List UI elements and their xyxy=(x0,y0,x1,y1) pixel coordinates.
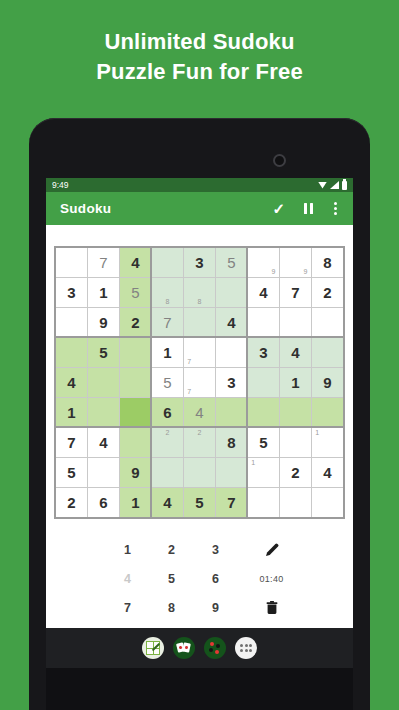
cell-r6c7[interactable] xyxy=(248,398,279,427)
numpad-4[interactable]: 4 xyxy=(106,564,150,593)
cell-r8c6[interactable] xyxy=(216,458,247,487)
cell-r9c9[interactable] xyxy=(312,488,343,517)
solitaire-app-icon[interactable] xyxy=(173,637,195,659)
overflow-menu-icon[interactable] xyxy=(332,201,339,216)
cell-r7c1[interactable]: 7 xyxy=(56,428,87,457)
cell-r8c2[interactable] xyxy=(88,458,119,487)
status-icons xyxy=(318,181,347,190)
cell-r3c3[interactable]: 2 xyxy=(120,308,151,337)
tablet-frame: 9:49 Sudoku ✓ 74359983158847292745173445… xyxy=(29,118,370,710)
cell-r4c9[interactable] xyxy=(312,338,343,367)
sudoku-app-icon[interactable] xyxy=(142,637,164,659)
cell-r6c3[interactable] xyxy=(120,398,151,427)
signal-icon xyxy=(330,181,339,189)
cell-r4c5[interactable]: 7 xyxy=(184,338,215,367)
cell-r1c2[interactable]: 7 xyxy=(88,248,119,277)
cell-r4c7[interactable]: 3 xyxy=(248,338,279,367)
pencil-icon xyxy=(265,543,279,557)
cell-r8c3[interactable]: 9 xyxy=(120,458,151,487)
cell-r5c6[interactable]: 3 xyxy=(216,368,247,397)
cell-r2c3[interactable]: 5 xyxy=(120,278,151,307)
page-title-line2: Puzzle Fun for Free xyxy=(0,57,399,87)
cell-r6c4[interactable]: 6 xyxy=(152,398,183,427)
cell-r9c5[interactable]: 5 xyxy=(184,488,215,517)
cell-r7c4[interactable]: 2 xyxy=(152,428,183,457)
box-divider xyxy=(56,336,343,338)
box-divider xyxy=(56,426,343,428)
cell-r9c8[interactable] xyxy=(280,488,311,517)
numpad-3[interactable]: 3 xyxy=(194,535,238,564)
numpad-2[interactable]: 2 xyxy=(150,535,194,564)
cell-r2c1[interactable]: 3 xyxy=(56,278,87,307)
box-divider xyxy=(246,248,248,517)
cell-r5c9[interactable]: 9 xyxy=(312,368,343,397)
cell-r8c1[interactable]: 5 xyxy=(56,458,87,487)
cell-r3c1[interactable] xyxy=(56,308,87,337)
cell-r5c1[interactable]: 4 xyxy=(56,368,87,397)
cell-r5c4[interactable]: 5 xyxy=(152,368,183,397)
cell-r2c2[interactable]: 1 xyxy=(88,278,119,307)
cell-r3c5[interactable] xyxy=(184,308,215,337)
check-icon[interactable]: ✓ xyxy=(272,201,285,216)
cell-r1c7[interactable]: 9 xyxy=(248,248,279,277)
cell-r7c8[interactable] xyxy=(280,428,311,457)
cell-r7c6[interactable]: 8 xyxy=(216,428,247,457)
cell-r7c5[interactable]: 2 xyxy=(184,428,215,457)
trash-icon xyxy=(266,601,278,614)
cell-r6c2[interactable] xyxy=(88,398,119,427)
cell-r1c6[interactable]: 5 xyxy=(216,248,247,277)
cell-r5c8[interactable]: 1 xyxy=(280,368,311,397)
cell-r4c1[interactable] xyxy=(56,338,87,367)
cell-r7c3[interactable] xyxy=(120,428,151,457)
app-drawer-icon[interactable] xyxy=(235,637,257,659)
pencil-button[interactable] xyxy=(250,535,294,564)
cell-r8c4[interactable] xyxy=(152,458,183,487)
numpad-9[interactable]: 9 xyxy=(194,593,238,622)
camera-icon xyxy=(273,154,286,167)
cell-r9c7[interactable] xyxy=(248,488,279,517)
cell-r1c8[interactable]: 9 xyxy=(280,248,311,277)
cell-r3c6[interactable]: 4 xyxy=(216,308,247,337)
pause-icon[interactable] xyxy=(304,203,313,214)
cell-r1c3[interactable]: 4 xyxy=(120,248,151,277)
cards-app-icon[interactable] xyxy=(204,637,226,659)
cell-r4c4[interactable]: 1 xyxy=(152,338,183,367)
cell-r5c5[interactable]: 7 xyxy=(184,368,215,397)
cell-r8c8[interactable]: 2 xyxy=(280,458,311,487)
page-title: Unlimited Sudoku Puzzle Fun for Free xyxy=(0,0,399,87)
cell-r9c6[interactable]: 7 xyxy=(216,488,247,517)
cell-r5c3[interactable] xyxy=(120,368,151,397)
cell-r2c5[interactable]: 8 xyxy=(184,278,215,307)
cell-r6c6[interactable] xyxy=(216,398,247,427)
cell-r3c2[interactable]: 9 xyxy=(88,308,119,337)
cell-r4c8[interactable]: 4 xyxy=(280,338,311,367)
cell-r1c4[interactable] xyxy=(152,248,183,277)
cell-r7c2[interactable]: 4 xyxy=(88,428,119,457)
numpad-7[interactable]: 7 xyxy=(106,593,150,622)
cell-r1c5[interactable]: 3 xyxy=(184,248,215,277)
cell-r6c8[interactable] xyxy=(280,398,311,427)
cell-r2c7[interactable]: 4 xyxy=(248,278,279,307)
cell-r6c1[interactable]: 1 xyxy=(56,398,87,427)
cell-r3c7[interactable] xyxy=(248,308,279,337)
cell-r6c5[interactable]: 4 xyxy=(184,398,215,427)
cell-r3c9[interactable] xyxy=(312,308,343,337)
cell-r3c4[interactable]: 7 xyxy=(152,308,183,337)
cell-r5c2[interactable] xyxy=(88,368,119,397)
page-title-line1: Unlimited Sudoku xyxy=(0,27,399,57)
battery-icon xyxy=(342,181,347,190)
sudoku-board: 7435998315884729274517344573191647422851… xyxy=(54,246,345,519)
tablet-screen: 9:49 Sudoku ✓ 74359983158847292745173445… xyxy=(46,178,353,710)
cell-r9c1[interactable]: 2 xyxy=(56,488,87,517)
numpad-1[interactable]: 1 xyxy=(106,535,150,564)
app-content: 7435998315884729274517344573191647422851… xyxy=(46,225,353,628)
cell-r1c9[interactable]: 8 xyxy=(312,248,343,277)
cell-r6c9[interactable] xyxy=(312,398,343,427)
cell-r4c3[interactable] xyxy=(120,338,151,367)
status-time: 9:49 xyxy=(52,180,69,190)
numpad-6[interactable]: 6 xyxy=(194,564,238,593)
cell-r8c7[interactable]: 1 xyxy=(248,458,279,487)
page-background: Unlimited Sudoku Puzzle Fun for Free 9:4… xyxy=(0,0,399,710)
cell-r9c4[interactable]: 4 xyxy=(152,488,183,517)
app-title: Sudoku xyxy=(60,201,272,216)
trash-button[interactable] xyxy=(250,593,294,622)
cell-r5c7[interactable] xyxy=(248,368,279,397)
launcher-dock xyxy=(46,628,353,668)
app-bar: Sudoku ✓ xyxy=(46,192,353,225)
cell-r8c5[interactable] xyxy=(184,458,215,487)
box-divider xyxy=(150,248,152,517)
cell-r2c4[interactable]: 8 xyxy=(152,278,183,307)
wifi-icon xyxy=(318,182,327,189)
cell-r3c8[interactable] xyxy=(280,308,311,337)
numpad-8[interactable]: 8 xyxy=(150,593,194,622)
game-timer: 01:40 xyxy=(250,564,294,593)
cell-r7c7[interactable]: 5 xyxy=(248,428,279,457)
cell-r1c1[interactable] xyxy=(56,248,87,277)
cell-r4c2[interactable]: 5 xyxy=(88,338,119,367)
cell-r7c9[interactable]: 1 xyxy=(312,428,343,457)
cell-r2c6[interactable] xyxy=(216,278,247,307)
cell-r9c3[interactable]: 1 xyxy=(120,488,151,517)
cell-r2c8[interactable]: 7 xyxy=(280,278,311,307)
status-bar: 9:49 xyxy=(46,178,353,192)
numpad-5[interactable]: 5 xyxy=(150,564,194,593)
cell-r4c6[interactable] xyxy=(216,338,247,367)
number-pad: 123456789 01:40 xyxy=(106,535,294,622)
bezel-bottom xyxy=(46,668,353,710)
cell-r8c9[interactable]: 4 xyxy=(312,458,343,487)
cell-r9c2[interactable]: 6 xyxy=(88,488,119,517)
cell-r2c9[interactable]: 2 xyxy=(312,278,343,307)
